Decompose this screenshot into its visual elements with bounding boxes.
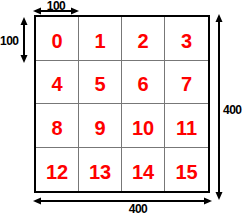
grid-cell: 2 (122, 17, 165, 61)
tile-grid: 0 1 2 3 4 5 6 7 8 9 10 11 12 13 14 15 (34, 15, 210, 193)
grid-cell: 9 (79, 104, 122, 148)
grid-cell: 4 (36, 61, 79, 105)
grid-cell: 11 (165, 104, 208, 148)
grid-height-arrow (216, 14, 223, 200)
cell-width-label: 100 (34, 0, 78, 12)
grid-cell: 8 (36, 104, 79, 148)
grid-cell: 5 (79, 61, 122, 105)
diagram-canvas: 100 100 400 400 0 1 2 3 4 5 6 7 8 9 10 1… (0, 0, 243, 214)
grid-cell: 7 (165, 61, 208, 105)
grid-cell: 0 (36, 17, 79, 61)
grid-height-label: 400 (223, 104, 243, 116)
grid-width-label: 400 (98, 203, 178, 214)
grid-cell: 13 (79, 148, 122, 192)
grid-cell: 6 (122, 61, 165, 105)
grid-cell: 15 (165, 148, 208, 192)
cell-height-label: 100 (0, 35, 17, 47)
grid-cell: 14 (122, 148, 165, 192)
grid-cell: 1 (79, 17, 122, 61)
grid-cell: 12 (36, 148, 79, 192)
grid-cell: 3 (165, 17, 208, 61)
grid-cell: 10 (122, 104, 165, 148)
cell-height-arrow (21, 17, 28, 63)
